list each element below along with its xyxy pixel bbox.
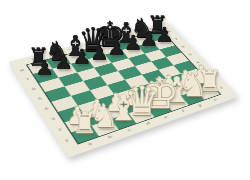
chess-board: abcdefgh abcdefgh 87654321 87654321 (8, 22, 238, 158)
board-shadow-wrap: abcdefgh abcdefgh 87654321 87654321 (0, 0, 250, 180)
chess-set-scene: abcdefgh abcdefgh 87654321 87654321 ♜♞♝♛… (0, 0, 250, 180)
